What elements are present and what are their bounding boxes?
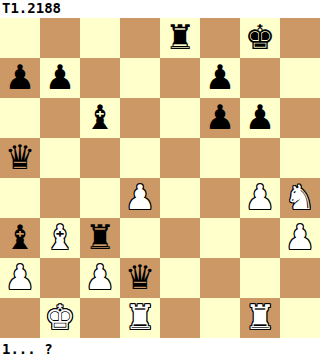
black-bishop[interactable]: ♝	[5, 220, 35, 254]
square-a4[interactable]	[0, 178, 40, 218]
square-h6[interactable]	[280, 98, 320, 138]
black-pawn[interactable]: ♟	[205, 100, 235, 134]
square-f8[interactable]	[200, 18, 240, 58]
square-e6[interactable]	[160, 98, 200, 138]
white-pawn[interactable]: ♟	[5, 260, 35, 294]
square-f5[interactable]	[200, 138, 240, 178]
square-e3[interactable]	[160, 218, 200, 258]
square-e5[interactable]	[160, 138, 200, 178]
square-d6[interactable]	[120, 98, 160, 138]
square-g8[interactable]: ♚	[240, 18, 280, 58]
white-bishop[interactable]: ♝	[45, 220, 75, 254]
black-rook[interactable]: ♜	[85, 220, 115, 254]
white-pawn[interactable]: ♟	[125, 180, 155, 214]
square-a5[interactable]: ♛	[0, 138, 40, 178]
square-b4[interactable]	[40, 178, 80, 218]
square-f1[interactable]	[200, 298, 240, 338]
square-a6[interactable]	[0, 98, 40, 138]
white-knight[interactable]: ♞	[285, 180, 315, 214]
square-f2[interactable]	[200, 258, 240, 298]
puzzle-window: T1.2188 ♜♚♟♟♟♝♟♟♛♟♟♞♝♝♜♟♟♟♛♚♜♜ 1... ?	[0, 0, 320, 360]
square-c1[interactable]	[80, 298, 120, 338]
square-b5[interactable]	[40, 138, 80, 178]
square-c3[interactable]: ♜	[80, 218, 120, 258]
chess-board[interactable]: ♜♚♟♟♟♝♟♟♛♟♟♞♝♝♜♟♟♟♛♚♜♜	[0, 18, 320, 338]
move-prompt: 1... ?	[0, 338, 320, 360]
square-b6[interactable]	[40, 98, 80, 138]
square-d3[interactable]	[120, 218, 160, 258]
square-a3[interactable]: ♝	[0, 218, 40, 258]
square-g2[interactable]	[240, 258, 280, 298]
square-b1[interactable]: ♚	[40, 298, 80, 338]
square-d8[interactable]	[120, 18, 160, 58]
puzzle-id-label: T1.2188	[0, 0, 320, 18]
square-e1[interactable]	[160, 298, 200, 338]
square-a1[interactable]	[0, 298, 40, 338]
square-d4[interactable]: ♟	[120, 178, 160, 218]
square-c4[interactable]	[80, 178, 120, 218]
square-h3[interactable]: ♟	[280, 218, 320, 258]
square-b7[interactable]: ♟	[40, 58, 80, 98]
square-h2[interactable]	[280, 258, 320, 298]
square-g3[interactable]	[240, 218, 280, 258]
square-h7[interactable]	[280, 58, 320, 98]
white-pawn[interactable]: ♟	[245, 180, 275, 214]
black-bishop[interactable]: ♝	[85, 100, 115, 134]
square-a7[interactable]: ♟	[0, 58, 40, 98]
square-d5[interactable]	[120, 138, 160, 178]
square-d1[interactable]: ♜	[120, 298, 160, 338]
square-b2[interactable]	[40, 258, 80, 298]
square-c7[interactable]	[80, 58, 120, 98]
square-c2[interactable]: ♟	[80, 258, 120, 298]
square-g5[interactable]	[240, 138, 280, 178]
white-pawn[interactable]: ♟	[285, 220, 315, 254]
square-g4[interactable]: ♟	[240, 178, 280, 218]
square-g7[interactable]	[240, 58, 280, 98]
black-pawn[interactable]: ♟	[5, 60, 35, 94]
black-pawn[interactable]: ♟	[45, 60, 75, 94]
black-queen[interactable]: ♛	[5, 140, 35, 174]
square-f6[interactable]: ♟	[200, 98, 240, 138]
black-pawn[interactable]: ♟	[205, 60, 235, 94]
white-rook[interactable]: ♜	[125, 300, 155, 334]
black-rook[interactable]: ♜	[165, 20, 195, 54]
square-b3[interactable]: ♝	[40, 218, 80, 258]
square-h4[interactable]: ♞	[280, 178, 320, 218]
square-g1[interactable]: ♜	[240, 298, 280, 338]
square-c5[interactable]	[80, 138, 120, 178]
square-a8[interactable]	[0, 18, 40, 58]
square-f3[interactable]	[200, 218, 240, 258]
square-a2[interactable]: ♟	[0, 258, 40, 298]
square-d2[interactable]: ♛	[120, 258, 160, 298]
white-king[interactable]: ♚	[45, 300, 75, 334]
square-h5[interactable]	[280, 138, 320, 178]
square-d7[interactable]	[120, 58, 160, 98]
square-b8[interactable]	[40, 18, 80, 58]
square-h1[interactable]	[280, 298, 320, 338]
white-pawn[interactable]: ♟	[85, 260, 115, 294]
white-rook[interactable]: ♜	[245, 300, 275, 334]
square-c6[interactable]: ♝	[80, 98, 120, 138]
square-g6[interactable]: ♟	[240, 98, 280, 138]
square-e7[interactable]	[160, 58, 200, 98]
square-c8[interactable]	[80, 18, 120, 58]
square-e4[interactable]	[160, 178, 200, 218]
square-f7[interactable]: ♟	[200, 58, 240, 98]
square-e2[interactable]	[160, 258, 200, 298]
square-e8[interactable]: ♜	[160, 18, 200, 58]
square-f4[interactable]	[200, 178, 240, 218]
black-pawn[interactable]: ♟	[245, 100, 275, 134]
black-king[interactable]: ♚	[245, 20, 275, 54]
square-h8[interactable]	[280, 18, 320, 58]
black-queen[interactable]: ♛	[125, 260, 155, 294]
